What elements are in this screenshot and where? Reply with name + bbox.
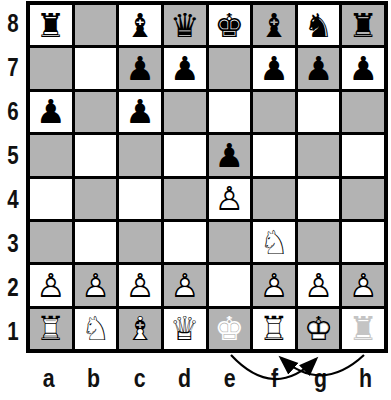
piece-outline: ♙ — [209, 179, 251, 219]
piece-outline: ♙ — [342, 265, 384, 305]
black-rook-a8: ♜ — [30, 5, 72, 45]
square-a2[interactable]: ♟♙ — [30, 265, 72, 305]
piece-outline: ♙ — [164, 265, 206, 305]
white-pawn-h2: ♟♙ — [342, 265, 384, 305]
white-pawn-b2: ♟♙ — [75, 265, 117, 305]
square-h8[interactable]: ♜ — [342, 5, 384, 45]
file-label-d: d — [166, 356, 203, 400]
piece-glyph: ♟ — [253, 48, 295, 88]
piece-outline: ♗ — [119, 309, 161, 349]
piece-outline: ♘ — [253, 222, 295, 262]
square-f1[interactable]: ♜♖ — [253, 309, 295, 349]
square-d3[interactable] — [164, 222, 206, 262]
square-e3[interactable] — [209, 222, 251, 262]
piece-glyph: ♟ — [164, 48, 206, 88]
square-e6[interactable] — [209, 92, 251, 132]
chess-castling-diagram: 87654321 ♜♝♛♚♝♞♜♟♟♟♟♟♟♟♟♟♙♞♘♟♙♟♙♟♙♟♙♟♙♟♙… — [0, 0, 391, 400]
piece-glyph: ♟ — [342, 48, 384, 88]
white-king-g1: ♚♔ — [298, 309, 340, 349]
piece-glyph: ♚ — [209, 5, 251, 45]
white-rook-f1: ♜♖ — [253, 309, 295, 349]
square-a1[interactable]: ♜♖ — [30, 309, 72, 349]
rank-label-1: 1 — [2, 309, 23, 353]
square-c3[interactable] — [119, 222, 161, 262]
black-pawn-c6: ♟ — [119, 92, 161, 132]
square-e1[interactable]: ♚ — [209, 309, 251, 349]
piece-glyph: ♟ — [209, 135, 251, 175]
square-h7[interactable]: ♟ — [342, 48, 384, 88]
file-labels: abcdefgh — [26, 356, 388, 400]
square-h6[interactable] — [342, 92, 384, 132]
ghost-white-king-e1: ♚ — [209, 309, 251, 349]
white-rook-a1: ♜♖ — [30, 309, 72, 349]
black-queen-d8: ♛ — [164, 5, 206, 45]
square-f5[interactable] — [253, 135, 295, 175]
square-f6[interactable] — [253, 92, 295, 132]
square-b1[interactable]: ♞♘ — [75, 309, 117, 349]
piece-outline: ♙ — [253, 265, 295, 305]
piece-outline: ♕ — [164, 309, 206, 349]
square-g7[interactable]: ♟ — [298, 48, 340, 88]
file-label-c: c — [121, 356, 158, 400]
white-queen-d1: ♛♕ — [164, 309, 206, 349]
square-f8[interactable]: ♝ — [253, 5, 295, 45]
piece-glyph: ♝ — [253, 5, 295, 45]
piece-outline: ♖ — [253, 309, 295, 349]
rank-label-6: 6 — [2, 89, 23, 133]
white-pawn-d2: ♟♙ — [164, 265, 206, 305]
square-b8[interactable] — [75, 5, 117, 45]
square-h5[interactable] — [342, 135, 384, 175]
square-g2[interactable]: ♟♙ — [298, 265, 340, 305]
piece-outline: ♔ — [298, 309, 340, 349]
square-e4[interactable]: ♟♙ — [209, 179, 251, 219]
white-knight-f3: ♞♘ — [253, 222, 295, 262]
square-b4[interactable] — [75, 179, 117, 219]
square-f7[interactable]: ♟ — [253, 48, 295, 88]
square-b5[interactable] — [75, 135, 117, 175]
square-d6[interactable] — [164, 92, 206, 132]
rank-labels: 87654321 — [0, 1, 26, 353]
square-d7[interactable]: ♟ — [164, 48, 206, 88]
piece-glyph: ♟ — [30, 92, 72, 132]
rank-label-7: 7 — [2, 45, 23, 89]
square-a6[interactable]: ♟ — [30, 92, 72, 132]
square-a7[interactable] — [30, 48, 72, 88]
file-label-a: a — [30, 356, 67, 400]
piece-glyph: ♞ — [298, 5, 340, 45]
piece-glyph: ♜ — [30, 5, 72, 45]
square-e2[interactable] — [209, 265, 251, 305]
white-pawn-a2: ♟♙ — [30, 265, 72, 305]
square-g5[interactable] — [298, 135, 340, 175]
black-pawn-h7: ♟ — [342, 48, 384, 88]
file-label-e: e — [211, 356, 248, 400]
square-b6[interactable] — [75, 92, 117, 132]
square-d1[interactable]: ♛♕ — [164, 309, 206, 349]
chess-board: ♜♝♛♚♝♞♜♟♟♟♟♟♟♟♟♟♙♞♘♟♙♟♙♟♙♟♙♟♙♟♙♟♙♜♖♞♘♝♗♛… — [26, 1, 388, 353]
piece-outline: ♙ — [119, 265, 161, 305]
rank-label-3: 3 — [2, 221, 23, 265]
black-pawn-d7: ♟ — [164, 48, 206, 88]
square-c5[interactable] — [119, 135, 161, 175]
square-h1[interactable]: ♜ — [342, 309, 384, 349]
white-pawn-g2: ♟♙ — [298, 265, 340, 305]
piece-outline: ♙ — [75, 265, 117, 305]
piece-glyph: ♟ — [119, 92, 161, 132]
piece-glyph: ♟ — [298, 48, 340, 88]
ghost-piece-glyph: ♚ — [209, 309, 251, 349]
white-bishop-c1: ♝♗ — [119, 309, 161, 349]
black-pawn-g7: ♟ — [298, 48, 340, 88]
square-h4[interactable] — [342, 179, 384, 219]
square-b2[interactable]: ♟♙ — [75, 265, 117, 305]
square-a5[interactable] — [30, 135, 72, 175]
square-c8[interactable]: ♝ — [119, 5, 161, 45]
square-d5[interactable] — [164, 135, 206, 175]
file-label-g: g — [302, 356, 339, 400]
piece-glyph: ♛ — [164, 5, 206, 45]
square-c6[interactable]: ♟ — [119, 92, 161, 132]
square-b3[interactable] — [75, 222, 117, 262]
ghost-white-rook-h1: ♜ — [342, 309, 384, 349]
rank-label-8: 8 — [2, 1, 23, 45]
ghost-piece-glyph: ♜ — [342, 309, 384, 349]
square-f2[interactable]: ♟♙ — [253, 265, 295, 305]
file-label-h: h — [347, 356, 384, 400]
square-e5[interactable]: ♟ — [209, 135, 251, 175]
black-pawn-a6: ♟ — [30, 92, 72, 132]
square-a3[interactable] — [30, 222, 72, 262]
white-pawn-e4: ♟♙ — [209, 179, 251, 219]
square-d8[interactable]: ♛ — [164, 5, 206, 45]
square-c4[interactable] — [119, 179, 161, 219]
piece-glyph: ♟ — [119, 48, 161, 88]
square-e8[interactable]: ♚ — [209, 5, 251, 45]
square-a8[interactable]: ♜ — [30, 5, 72, 45]
square-f3[interactable]: ♞♘ — [253, 222, 295, 262]
square-h2[interactable]: ♟♙ — [342, 265, 384, 305]
square-g8[interactable]: ♞ — [298, 5, 340, 45]
piece-outline: ♖ — [30, 309, 72, 349]
white-pawn-c2: ♟♙ — [119, 265, 161, 305]
piece-outline: ♘ — [75, 309, 117, 349]
piece-outline: ♙ — [298, 265, 340, 305]
square-g6[interactable] — [298, 92, 340, 132]
piece-glyph: ♜ — [342, 5, 384, 45]
white-knight-b1: ♞♘ — [75, 309, 117, 349]
square-g4[interactable] — [298, 179, 340, 219]
rank-label-2: 2 — [2, 265, 23, 309]
rank-label-4: 4 — [2, 177, 23, 221]
square-e7[interactable] — [209, 48, 251, 88]
square-c1[interactable]: ♝♗ — [119, 309, 161, 349]
black-knight-g8: ♞ — [298, 5, 340, 45]
square-g3[interactable] — [298, 222, 340, 262]
square-c2[interactable]: ♟♙ — [119, 265, 161, 305]
white-pawn-f2: ♟♙ — [253, 265, 295, 305]
piece-outline: ♙ — [30, 265, 72, 305]
square-d2[interactable]: ♟♙ — [164, 265, 206, 305]
square-a4[interactable] — [30, 179, 72, 219]
rank-label-5: 5 — [2, 133, 23, 177]
piece-glyph: ♝ — [119, 5, 161, 45]
square-d4[interactable] — [164, 179, 206, 219]
square-h3[interactable] — [342, 222, 384, 262]
square-g1[interactable]: ♚♔ — [298, 309, 340, 349]
black-pawn-c7: ♟ — [119, 48, 161, 88]
square-c7[interactable]: ♟ — [119, 48, 161, 88]
file-label-f: f — [256, 356, 293, 400]
square-b7[interactable] — [75, 48, 117, 88]
black-rook-h8: ♜ — [342, 5, 384, 45]
black-pawn-f7: ♟ — [253, 48, 295, 88]
black-king-e8: ♚ — [209, 5, 251, 45]
black-bishop-f8: ♝ — [253, 5, 295, 45]
square-f4[interactable] — [253, 179, 295, 219]
black-bishop-c8: ♝ — [119, 5, 161, 45]
file-label-b: b — [75, 356, 112, 400]
black-pawn-e5: ♟ — [209, 135, 251, 175]
